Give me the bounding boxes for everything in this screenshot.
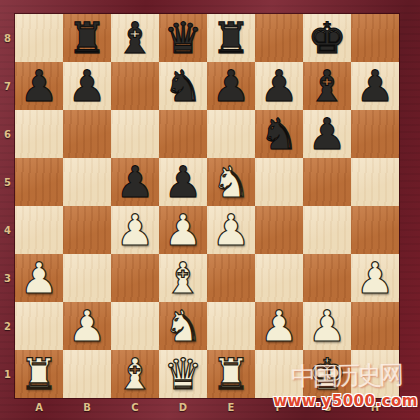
square-g8[interactable]: ♚: [303, 14, 351, 62]
square-a8[interactable]: [15, 14, 63, 62]
white-rook-a1[interactable]: ♜: [20, 350, 59, 398]
black-knight-f6[interactable]: ♞: [260, 110, 299, 158]
black-pawn-b7[interactable]: ♟: [68, 62, 107, 110]
square-e4[interactable]: ♟: [207, 206, 255, 254]
square-f4[interactable]: [255, 206, 303, 254]
file-label-a: A: [15, 398, 63, 420]
square-b5[interactable]: [63, 158, 111, 206]
black-king-g8[interactable]: ♚: [308, 14, 347, 62]
rank-label-7: 7: [0, 62, 15, 110]
square-g7[interactable]: ♝: [303, 62, 351, 110]
rank-label-3: 3: [0, 254, 15, 302]
black-bishop-g7[interactable]: ♝: [308, 62, 347, 110]
file-label-d: D: [159, 398, 207, 420]
rank-label-1: 1: [0, 350, 15, 398]
square-c1[interactable]: ♝: [111, 350, 159, 398]
rank-label-2: 2: [0, 302, 15, 350]
square-b4[interactable]: [63, 206, 111, 254]
square-b8[interactable]: ♜: [63, 14, 111, 62]
white-rook-e1[interactable]: ♜: [212, 350, 251, 398]
square-f1[interactable]: [255, 350, 303, 398]
file-label-h: H: [351, 398, 399, 420]
square-f2[interactable]: ♟: [255, 302, 303, 350]
black-pawn-c5[interactable]: ♟: [116, 158, 155, 206]
square-g2[interactable]: ♟: [303, 302, 351, 350]
file-label-f: F: [255, 398, 303, 420]
square-d1[interactable]: ♛: [159, 350, 207, 398]
black-rook-b8[interactable]: ♜: [68, 14, 107, 62]
square-g1[interactable]: ♚: [303, 350, 351, 398]
square-f8[interactable]: [255, 14, 303, 62]
square-b1[interactable]: [63, 350, 111, 398]
rank-label-4: 4: [0, 206, 15, 254]
square-h3[interactable]: ♟: [351, 254, 399, 302]
square-d8[interactable]: ♛: [159, 14, 207, 62]
square-b3[interactable]: [63, 254, 111, 302]
white-bishop-d3[interactable]: ♝: [164, 254, 203, 302]
square-d6[interactable]: [159, 110, 207, 158]
square-c5[interactable]: ♟: [111, 158, 159, 206]
white-pawn-f2[interactable]: ♟: [260, 302, 299, 350]
square-g4[interactable]: [303, 206, 351, 254]
black-pawn-h7[interactable]: ♟: [356, 62, 395, 110]
square-d5[interactable]: ♟: [159, 158, 207, 206]
black-queen-d8[interactable]: ♛: [164, 14, 203, 62]
file-label-b: B: [63, 398, 111, 420]
white-pawn-g2[interactable]: ♟: [308, 302, 347, 350]
square-c2[interactable]: [111, 302, 159, 350]
square-f5[interactable]: [255, 158, 303, 206]
square-c7[interactable]: [111, 62, 159, 110]
square-f7[interactable]: ♟: [255, 62, 303, 110]
square-h7[interactable]: ♟: [351, 62, 399, 110]
square-h6[interactable]: [351, 110, 399, 158]
square-d3[interactable]: ♝: [159, 254, 207, 302]
black-bishop-c8[interactable]: ♝: [116, 14, 155, 62]
square-d2[interactable]: ♞: [159, 302, 207, 350]
square-c6[interactable]: [111, 110, 159, 158]
file-label-g: G: [303, 398, 351, 420]
chess-board: ♜♝♛♜♚♟♟♞♟♟♝♟♞♟♟♟♞♟♟♟♟♝♟♟♞♟♟♜♝♛♜♚: [15, 14, 399, 398]
square-e7[interactable]: ♟: [207, 62, 255, 110]
square-d4[interactable]: ♟: [159, 206, 207, 254]
black-pawn-f7[interactable]: ♟: [260, 62, 299, 110]
square-h2[interactable]: [351, 302, 399, 350]
rank-label-6: 6: [0, 110, 15, 158]
black-pawn-e7[interactable]: ♟: [212, 62, 251, 110]
black-pawn-d5[interactable]: ♟: [164, 158, 203, 206]
square-a3[interactable]: ♟: [15, 254, 63, 302]
square-a5[interactable]: [15, 158, 63, 206]
square-a4[interactable]: [15, 206, 63, 254]
square-b6[interactable]: [63, 110, 111, 158]
black-knight-d7[interactable]: ♞: [164, 62, 203, 110]
square-b2[interactable]: ♟: [63, 302, 111, 350]
square-b7[interactable]: ♟: [63, 62, 111, 110]
square-e8[interactable]: ♜: [207, 14, 255, 62]
square-g6[interactable]: ♟: [303, 110, 351, 158]
square-h4[interactable]: [351, 206, 399, 254]
file-labels: ABCDEFGH: [15, 398, 399, 420]
square-f3[interactable]: [255, 254, 303, 302]
square-a7[interactable]: ♟: [15, 62, 63, 110]
square-e2[interactable]: [207, 302, 255, 350]
white-pawn-a3[interactable]: ♟: [20, 254, 59, 302]
chess-board-frame: ♜♝♛♜♚♟♟♞♟♟♝♟♞♟♟♟♞♟♟♟♟♝♟♟♞♟♟♜♝♛♜♚ 8765432…: [0, 0, 420, 420]
white-bishop-c1[interactable]: ♝: [116, 350, 155, 398]
black-pawn-g6[interactable]: ♟: [308, 110, 347, 158]
square-a1[interactable]: ♜: [15, 350, 63, 398]
square-e5[interactable]: ♞: [207, 158, 255, 206]
square-h8[interactable]: [351, 14, 399, 62]
square-c3[interactable]: [111, 254, 159, 302]
square-d7[interactable]: ♞: [159, 62, 207, 110]
white-pawn-e4[interactable]: ♟: [212, 206, 251, 254]
white-queen-d1[interactable]: ♛: [164, 350, 203, 398]
square-a2[interactable]: [15, 302, 63, 350]
black-rook-e8[interactable]: ♜: [212, 14, 251, 62]
file-label-c: C: [111, 398, 159, 420]
square-h1[interactable]: [351, 350, 399, 398]
square-e3[interactable]: [207, 254, 255, 302]
white-pawn-h3[interactable]: ♟: [356, 254, 395, 302]
black-pawn-a7[interactable]: ♟: [20, 62, 59, 110]
square-c8[interactable]: ♝: [111, 14, 159, 62]
white-king-g1[interactable]: ♚: [308, 350, 347, 398]
square-g3[interactable]: [303, 254, 351, 302]
square-c4[interactable]: ♟: [111, 206, 159, 254]
white-pawn-b2[interactable]: ♟: [68, 302, 107, 350]
white-pawn-d4[interactable]: ♟: [164, 206, 203, 254]
file-label-e: E: [207, 398, 255, 420]
white-pawn-c4[interactable]: ♟: [116, 206, 155, 254]
rank-label-5: 5: [0, 158, 15, 206]
square-h5[interactable]: [351, 158, 399, 206]
square-e1[interactable]: ♜: [207, 350, 255, 398]
square-f6[interactable]: ♞: [255, 110, 303, 158]
square-e6[interactable]: [207, 110, 255, 158]
square-g5[interactable]: [303, 158, 351, 206]
rank-labels: 87654321: [0, 14, 15, 398]
white-knight-e5[interactable]: ♞: [212, 158, 251, 206]
white-knight-d2[interactable]: ♞: [164, 302, 203, 350]
square-a6[interactable]: [15, 110, 63, 158]
rank-label-8: 8: [0, 14, 15, 62]
